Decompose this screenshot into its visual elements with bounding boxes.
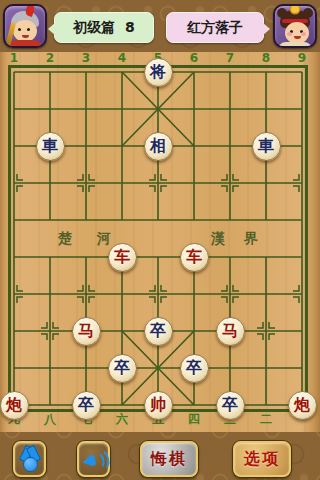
xiangqi-piece-black-車[interactable]: 車 (252, 132, 281, 161)
xiangqi-piece-black-卒[interactable]: 卒 (216, 391, 245, 420)
xiangqi-piece-black-卒[interactable]: 卒 (72, 391, 101, 420)
xiangqi-app: { "game": "xiangqi", "position": { "fen"… (0, 0, 320, 480)
options-button-label: 选项 (244, 449, 280, 470)
xiangqi-piece-red-炮[interactable]: 炮 (0, 391, 29, 420)
xiangqi-piece-red-炮[interactable]: 炮 (288, 391, 317, 420)
xiangqi-piece-black-卒[interactable]: 卒 (144, 317, 173, 346)
xiangqi-piece-red-帅[interactable]: 帅 (144, 391, 173, 420)
options-button[interactable]: 选项 (233, 441, 291, 477)
xiangqi-piece-red-马[interactable]: 马 (72, 317, 101, 346)
medal-icon (18, 446, 42, 472)
xiangqi-board[interactable]: 123456789 九八七六五四三二一 楚河漢界 将車相車车车马卒马卒卒炮卒帅卒… (0, 52, 320, 432)
turn-bubble: 红方落子 (166, 12, 264, 43)
avatar-face (13, 20, 37, 42)
flower-icon (291, 5, 299, 13)
stage-label: 初级篇 8 (73, 19, 135, 37)
avatar-black-player (3, 4, 47, 48)
xiangqi-piece-black-卒[interactable]: 卒 (180, 354, 209, 383)
piece-grid: 将車相車车车马卒马卒卒炮卒帅卒炮 (0, 54, 320, 424)
stage-bubble: 初级篇 8 (54, 12, 154, 43)
xiangqi-piece-black-相[interactable]: 相 (144, 132, 173, 161)
rank-button[interactable] (13, 441, 46, 477)
xiangqi-piece-black-車[interactable]: 車 (36, 132, 65, 161)
sound-button[interactable] (77, 441, 110, 477)
xiangqi-piece-red-马[interactable]: 马 (216, 317, 245, 346)
xiangqi-piece-black-卒[interactable]: 卒 (108, 354, 137, 383)
avatar-red-player (273, 4, 317, 48)
xiangqi-piece-red-车[interactable]: 车 (180, 243, 209, 272)
xiangqi-piece-black-将[interactable]: 将 (144, 58, 173, 87)
turn-label: 红方落子 (187, 19, 243, 37)
xiangqi-piece-red-车[interactable]: 车 (108, 243, 137, 272)
speaker-icon (78, 445, 108, 474)
undo-button[interactable]: 悔棋 (140, 441, 198, 477)
undo-button-label: 悔棋 (151, 449, 187, 470)
